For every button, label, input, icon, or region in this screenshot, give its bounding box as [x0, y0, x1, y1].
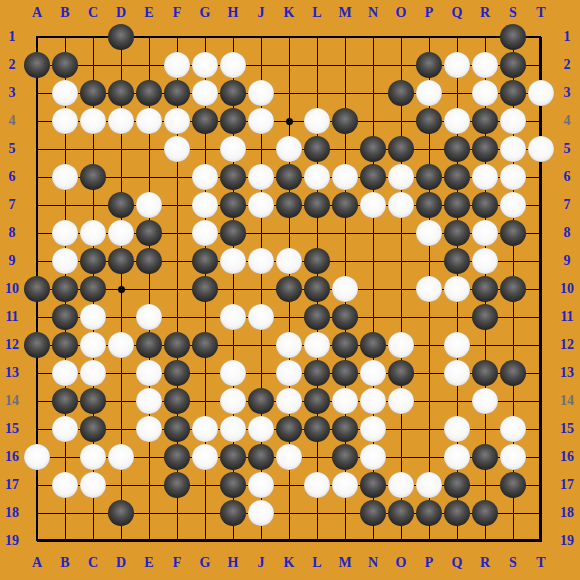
board-cell-G6[interactable]: [191, 163, 219, 191]
board-cell-S5[interactable]: [499, 135, 527, 163]
board-cell-S16[interactable]: [499, 443, 527, 471]
board-cell-G5[interactable]: [191, 135, 219, 163]
board-cell-L3[interactable]: [303, 79, 331, 107]
board-cell-B4[interactable]: [51, 107, 79, 135]
board-cell-A2[interactable]: [23, 51, 51, 79]
board-cell-Q6[interactable]: [443, 163, 471, 191]
board-cell-Q13[interactable]: [443, 359, 471, 387]
board-cell-N9[interactable]: [359, 247, 387, 275]
board-cell-E9[interactable]: [135, 247, 163, 275]
board-cell-K17[interactable]: [275, 471, 303, 499]
board-cell-P18[interactable]: [415, 499, 443, 527]
board-cell-M19[interactable]: [331, 527, 359, 555]
board-cell-F7[interactable]: [163, 191, 191, 219]
board-cell-Q16[interactable]: [443, 443, 471, 471]
board-cell-N1[interactable]: [359, 23, 387, 51]
board-cell-D9[interactable]: [107, 247, 135, 275]
board-cell-M5[interactable]: [331, 135, 359, 163]
board-cell-H18[interactable]: [219, 499, 247, 527]
board-cell-T5[interactable]: [527, 135, 555, 163]
board-cell-R1[interactable]: [471, 23, 499, 51]
board-cell-B16[interactable]: [51, 443, 79, 471]
board-cell-A6[interactable]: [23, 163, 51, 191]
board-cell-L4[interactable]: [303, 107, 331, 135]
board-cell-G2[interactable]: [191, 51, 219, 79]
board-cell-R7[interactable]: [471, 191, 499, 219]
board-cell-K1[interactable]: [275, 23, 303, 51]
board-cell-L1[interactable]: [303, 23, 331, 51]
board-cell-K16[interactable]: [275, 443, 303, 471]
board-cell-E16[interactable]: [135, 443, 163, 471]
board-cell-C19[interactable]: [79, 527, 107, 555]
board-cell-B8[interactable]: [51, 219, 79, 247]
board-cell-C5[interactable]: [79, 135, 107, 163]
board-cell-T10[interactable]: [527, 275, 555, 303]
board-cell-A3[interactable]: [23, 79, 51, 107]
board-cell-G19[interactable]: [191, 527, 219, 555]
board-cell-J10[interactable]: [247, 275, 275, 303]
board-cell-K9[interactable]: [275, 247, 303, 275]
board-cell-P1[interactable]: [415, 23, 443, 51]
board-cell-O19[interactable]: [387, 527, 415, 555]
board-cell-J8[interactable]: [247, 219, 275, 247]
board-cell-L7[interactable]: [303, 191, 331, 219]
board-cell-O12[interactable]: [387, 331, 415, 359]
board-cell-O11[interactable]: [387, 303, 415, 331]
board-cell-S19[interactable]: [499, 527, 527, 555]
board-cell-L11[interactable]: [303, 303, 331, 331]
board-cell-T6[interactable]: [527, 163, 555, 191]
board-cell-G4[interactable]: [191, 107, 219, 135]
board-cell-F12[interactable]: [163, 331, 191, 359]
board-cell-A14[interactable]: [23, 387, 51, 415]
board-cell-F14[interactable]: [163, 387, 191, 415]
board-cell-C4[interactable]: [79, 107, 107, 135]
board-cell-F16[interactable]: [163, 443, 191, 471]
board-cell-D11[interactable]: [107, 303, 135, 331]
board-cell-D17[interactable]: [107, 471, 135, 499]
board-cell-M4[interactable]: [331, 107, 359, 135]
board-cell-S15[interactable]: [499, 415, 527, 443]
board-cell-L6[interactable]: [303, 163, 331, 191]
board-cell-O8[interactable]: [387, 219, 415, 247]
board-cell-C2[interactable]: [79, 51, 107, 79]
board-cell-O16[interactable]: [387, 443, 415, 471]
board-cell-N11[interactable]: [359, 303, 387, 331]
board-cell-F13[interactable]: [163, 359, 191, 387]
board-cell-H17[interactable]: [219, 471, 247, 499]
board-cell-N10[interactable]: [359, 275, 387, 303]
board-cell-J15[interactable]: [247, 415, 275, 443]
board-cell-C6[interactable]: [79, 163, 107, 191]
board-cell-H13[interactable]: [219, 359, 247, 387]
board-cell-E3[interactable]: [135, 79, 163, 107]
board-cell-J14[interactable]: [247, 387, 275, 415]
board-cell-M9[interactable]: [331, 247, 359, 275]
board-cell-B14[interactable]: [51, 387, 79, 415]
board-cell-E6[interactable]: [135, 163, 163, 191]
board-cell-H12[interactable]: [219, 331, 247, 359]
board-cell-H7[interactable]: [219, 191, 247, 219]
board-cell-N15[interactable]: [359, 415, 387, 443]
board-cell-T16[interactable]: [527, 443, 555, 471]
board-cell-G16[interactable]: [191, 443, 219, 471]
board-cell-S7[interactable]: [499, 191, 527, 219]
board-cell-B9[interactable]: [51, 247, 79, 275]
board-cell-E10[interactable]: [135, 275, 163, 303]
board-cell-K7[interactable]: [275, 191, 303, 219]
board-cell-N2[interactable]: [359, 51, 387, 79]
board-cell-N12[interactable]: [359, 331, 387, 359]
board-cell-S1[interactable]: [499, 23, 527, 51]
board-cell-E12[interactable]: [135, 331, 163, 359]
board-cell-R3[interactable]: [471, 79, 499, 107]
board-cell-H1[interactable]: [219, 23, 247, 51]
board-cell-B6[interactable]: [51, 163, 79, 191]
board-cell-D12[interactable]: [107, 331, 135, 359]
board-cell-A18[interactable]: [23, 499, 51, 527]
board-cell-A1[interactable]: [23, 23, 51, 51]
board-cell-S2[interactable]: [499, 51, 527, 79]
board-cell-L19[interactable]: [303, 527, 331, 555]
board-cell-S10[interactable]: [499, 275, 527, 303]
board-cell-O4[interactable]: [387, 107, 415, 135]
board-cell-Q5[interactable]: [443, 135, 471, 163]
board-cell-N16[interactable]: [359, 443, 387, 471]
board-cell-E5[interactable]: [135, 135, 163, 163]
board-cell-J6[interactable]: [247, 163, 275, 191]
board-cell-C13[interactable]: [79, 359, 107, 387]
board-cell-N5[interactable]: [359, 135, 387, 163]
board-cell-A7[interactable]: [23, 191, 51, 219]
board-cell-J12[interactable]: [247, 331, 275, 359]
board-cell-K18[interactable]: [275, 499, 303, 527]
board-cell-O13[interactable]: [387, 359, 415, 387]
board-cell-B12[interactable]: [51, 331, 79, 359]
board-cell-T1[interactable]: [527, 23, 555, 51]
board-cell-J5[interactable]: [247, 135, 275, 163]
board-cell-N13[interactable]: [359, 359, 387, 387]
board-cell-J13[interactable]: [247, 359, 275, 387]
board-cell-P7[interactable]: [415, 191, 443, 219]
board-cell-G11[interactable]: [191, 303, 219, 331]
board-cell-F9[interactable]: [163, 247, 191, 275]
board-cell-O14[interactable]: [387, 387, 415, 415]
board-cell-T15[interactable]: [527, 415, 555, 443]
board-cell-O1[interactable]: [387, 23, 415, 51]
board-cell-D5[interactable]: [107, 135, 135, 163]
board-cell-P10[interactable]: [415, 275, 443, 303]
board-cell-P9[interactable]: [415, 247, 443, 275]
board-cell-C18[interactable]: [79, 499, 107, 527]
board-cell-P2[interactable]: [415, 51, 443, 79]
board-cell-K6[interactable]: [275, 163, 303, 191]
board-cell-Q8[interactable]: [443, 219, 471, 247]
board-cell-D2[interactable]: [107, 51, 135, 79]
board-cell-P3[interactable]: [415, 79, 443, 107]
board-cell-M12[interactable]: [331, 331, 359, 359]
board-cell-M8[interactable]: [331, 219, 359, 247]
board-cell-H8[interactable]: [219, 219, 247, 247]
board-cell-L13[interactable]: [303, 359, 331, 387]
board-cell-B10[interactable]: [51, 275, 79, 303]
board-cell-Q12[interactable]: [443, 331, 471, 359]
board-cell-A10[interactable]: [23, 275, 51, 303]
board-cell-Q19[interactable]: [443, 527, 471, 555]
board-cell-R12[interactable]: [471, 331, 499, 359]
board-cell-T11[interactable]: [527, 303, 555, 331]
board-cell-G7[interactable]: [191, 191, 219, 219]
board-cell-K12[interactable]: [275, 331, 303, 359]
board-cell-P8[interactable]: [415, 219, 443, 247]
board-cell-L18[interactable]: [303, 499, 331, 527]
board-cell-F8[interactable]: [163, 219, 191, 247]
board-cell-B2[interactable]: [51, 51, 79, 79]
board-cell-P19[interactable]: [415, 527, 443, 555]
board-cell-G17[interactable]: [191, 471, 219, 499]
board-cell-D19[interactable]: [107, 527, 135, 555]
board-cell-P6[interactable]: [415, 163, 443, 191]
board-cell-R9[interactable]: [471, 247, 499, 275]
board-cell-C17[interactable]: [79, 471, 107, 499]
board-cell-S6[interactable]: [499, 163, 527, 191]
board-cell-J4[interactable]: [247, 107, 275, 135]
board-cell-B1[interactable]: [51, 23, 79, 51]
board-cell-R17[interactable]: [471, 471, 499, 499]
board-cell-G12[interactable]: [191, 331, 219, 359]
board-cell-E13[interactable]: [135, 359, 163, 387]
board-cell-R11[interactable]: [471, 303, 499, 331]
board-cell-H2[interactable]: [219, 51, 247, 79]
board-cell-P12[interactable]: [415, 331, 443, 359]
board-cell-R2[interactable]: [471, 51, 499, 79]
board-cell-H5[interactable]: [219, 135, 247, 163]
board-cell-Q2[interactable]: [443, 51, 471, 79]
board-cell-B18[interactable]: [51, 499, 79, 527]
board-cell-C10[interactable]: [79, 275, 107, 303]
board-cell-H10[interactable]: [219, 275, 247, 303]
board-cell-Q17[interactable]: [443, 471, 471, 499]
board-cell-B13[interactable]: [51, 359, 79, 387]
board-cell-K13[interactable]: [275, 359, 303, 387]
board-cell-O7[interactable]: [387, 191, 415, 219]
board-cell-Q7[interactable]: [443, 191, 471, 219]
board-cell-M7[interactable]: [331, 191, 359, 219]
board-cell-D8[interactable]: [107, 219, 135, 247]
board-cell-D15[interactable]: [107, 415, 135, 443]
board-cell-R6[interactable]: [471, 163, 499, 191]
board-cell-L16[interactable]: [303, 443, 331, 471]
board-cell-B17[interactable]: [51, 471, 79, 499]
board-cell-Q1[interactable]: [443, 23, 471, 51]
board-cell-M3[interactable]: [331, 79, 359, 107]
board-cell-Q3[interactable]: [443, 79, 471, 107]
board-cell-A16[interactable]: [23, 443, 51, 471]
board-cell-B15[interactable]: [51, 415, 79, 443]
board-cell-E19[interactable]: [135, 527, 163, 555]
board-cell-L9[interactable]: [303, 247, 331, 275]
board-cell-J9[interactable]: [247, 247, 275, 275]
board-cell-R15[interactable]: [471, 415, 499, 443]
board-cell-N14[interactable]: [359, 387, 387, 415]
board-cell-T12[interactable]: [527, 331, 555, 359]
board-cell-C9[interactable]: [79, 247, 107, 275]
board-cell-D6[interactable]: [107, 163, 135, 191]
board-cell-J2[interactable]: [247, 51, 275, 79]
board-cell-J17[interactable]: [247, 471, 275, 499]
board-cell-K14[interactable]: [275, 387, 303, 415]
board-cell-J11[interactable]: [247, 303, 275, 331]
board-cell-A9[interactable]: [23, 247, 51, 275]
board-cell-H11[interactable]: [219, 303, 247, 331]
board-cell-K19[interactable]: [275, 527, 303, 555]
board-cell-O15[interactable]: [387, 415, 415, 443]
board-cell-H6[interactable]: [219, 163, 247, 191]
board-cell-N19[interactable]: [359, 527, 387, 555]
board-cell-N17[interactable]: [359, 471, 387, 499]
board-cell-K4[interactable]: [275, 107, 303, 135]
board-cell-A8[interactable]: [23, 219, 51, 247]
board-cell-A12[interactable]: [23, 331, 51, 359]
board-cell-L8[interactable]: [303, 219, 331, 247]
board-cell-F11[interactable]: [163, 303, 191, 331]
board-cell-D4[interactable]: [107, 107, 135, 135]
board-cell-K3[interactable]: [275, 79, 303, 107]
board-cell-L12[interactable]: [303, 331, 331, 359]
board-cell-E2[interactable]: [135, 51, 163, 79]
board-cell-T7[interactable]: [527, 191, 555, 219]
board-cell-C3[interactable]: [79, 79, 107, 107]
board-cell-H3[interactable]: [219, 79, 247, 107]
board-cell-R14[interactable]: [471, 387, 499, 415]
board-cell-O18[interactable]: [387, 499, 415, 527]
board-cell-D1[interactable]: [107, 23, 135, 51]
board-cell-H14[interactable]: [219, 387, 247, 415]
board-cell-F4[interactable]: [163, 107, 191, 135]
board-cell-M10[interactable]: [331, 275, 359, 303]
board-cell-R10[interactable]: [471, 275, 499, 303]
board-cell-M6[interactable]: [331, 163, 359, 191]
board-cell-Q14[interactable]: [443, 387, 471, 415]
board-cell-P4[interactable]: [415, 107, 443, 135]
board-cell-H19[interactable]: [219, 527, 247, 555]
board-cell-R19[interactable]: [471, 527, 499, 555]
board-cell-F17[interactable]: [163, 471, 191, 499]
board-cell-K10[interactable]: [275, 275, 303, 303]
board-cell-J18[interactable]: [247, 499, 275, 527]
board-cell-E7[interactable]: [135, 191, 163, 219]
board-cell-J7[interactable]: [247, 191, 275, 219]
board-cell-Q10[interactable]: [443, 275, 471, 303]
board-cell-A19[interactable]: [23, 527, 51, 555]
board-cell-S11[interactable]: [499, 303, 527, 331]
board-cell-E8[interactable]: [135, 219, 163, 247]
board-cell-B7[interactable]: [51, 191, 79, 219]
board-cell-J1[interactable]: [247, 23, 275, 51]
board-cell-E17[interactable]: [135, 471, 163, 499]
board-cell-G8[interactable]: [191, 219, 219, 247]
board-cell-N8[interactable]: [359, 219, 387, 247]
board-cell-F18[interactable]: [163, 499, 191, 527]
board-cell-P11[interactable]: [415, 303, 443, 331]
board-cell-C8[interactable]: [79, 219, 107, 247]
board-cell-F5[interactable]: [163, 135, 191, 163]
board-cell-Q11[interactable]: [443, 303, 471, 331]
board-cell-M17[interactable]: [331, 471, 359, 499]
board-cell-J19[interactable]: [247, 527, 275, 555]
board-cell-Q4[interactable]: [443, 107, 471, 135]
board-cell-O17[interactable]: [387, 471, 415, 499]
board-cell-M14[interactable]: [331, 387, 359, 415]
board-cell-T9[interactable]: [527, 247, 555, 275]
board-cell-T3[interactable]: [527, 79, 555, 107]
board-cell-E11[interactable]: [135, 303, 163, 331]
board-cell-T13[interactable]: [527, 359, 555, 387]
board-cell-F19[interactable]: [163, 527, 191, 555]
board-cell-M11[interactable]: [331, 303, 359, 331]
board-cell-D13[interactable]: [107, 359, 135, 387]
board-cell-S9[interactable]: [499, 247, 527, 275]
board-cell-P15[interactable]: [415, 415, 443, 443]
board-cell-D7[interactable]: [107, 191, 135, 219]
board-cell-A4[interactable]: [23, 107, 51, 135]
board-cell-K8[interactable]: [275, 219, 303, 247]
board-cell-T4[interactable]: [527, 107, 555, 135]
board-cell-G9[interactable]: [191, 247, 219, 275]
board-cell-M15[interactable]: [331, 415, 359, 443]
board-cell-C15[interactable]: [79, 415, 107, 443]
board-cell-K2[interactable]: [275, 51, 303, 79]
board-cell-A13[interactable]: [23, 359, 51, 387]
board-cell-B5[interactable]: [51, 135, 79, 163]
board-cell-E15[interactable]: [135, 415, 163, 443]
board-cell-H9[interactable]: [219, 247, 247, 275]
board-cell-F3[interactable]: [163, 79, 191, 107]
board-cell-F15[interactable]: [163, 415, 191, 443]
board-cell-L14[interactable]: [303, 387, 331, 415]
board-cell-T17[interactable]: [527, 471, 555, 499]
board-cell-T2[interactable]: [527, 51, 555, 79]
board-cell-G15[interactable]: [191, 415, 219, 443]
board-cell-F1[interactable]: [163, 23, 191, 51]
board-cell-G13[interactable]: [191, 359, 219, 387]
board-cell-M13[interactable]: [331, 359, 359, 387]
board-cell-G3[interactable]: [191, 79, 219, 107]
board-cell-M1[interactable]: [331, 23, 359, 51]
board-cell-H4[interactable]: [219, 107, 247, 135]
board-cell-A17[interactable]: [23, 471, 51, 499]
board-cell-C12[interactable]: [79, 331, 107, 359]
board-cell-S17[interactable]: [499, 471, 527, 499]
board-cell-O9[interactable]: [387, 247, 415, 275]
board-cell-C11[interactable]: [79, 303, 107, 331]
board-cell-Q9[interactable]: [443, 247, 471, 275]
board-cell-R8[interactable]: [471, 219, 499, 247]
board-cell-T14[interactable]: [527, 387, 555, 415]
board-cell-G14[interactable]: [191, 387, 219, 415]
board-cell-N7[interactable]: [359, 191, 387, 219]
board-cell-Q18[interactable]: [443, 499, 471, 527]
board-cell-K15[interactable]: [275, 415, 303, 443]
board-cell-R16[interactable]: [471, 443, 499, 471]
board-cell-C7[interactable]: [79, 191, 107, 219]
board-cell-P5[interactable]: [415, 135, 443, 163]
board-cell-M16[interactable]: [331, 443, 359, 471]
board-cell-D10[interactable]: [107, 275, 135, 303]
board-cell-D14[interactable]: [107, 387, 135, 415]
board-cell-R5[interactable]: [471, 135, 499, 163]
board-cell-Q15[interactable]: [443, 415, 471, 443]
